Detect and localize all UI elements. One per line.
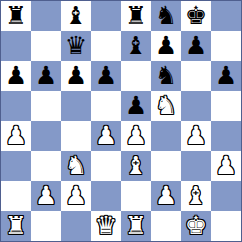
piece-black-bishop[interactable]: ♝ (65, 1, 87, 31)
square-f2[interactable]: ♟ (151, 181, 181, 211)
square-e7[interactable]: ♝ (121, 31, 151, 61)
square-b2[interactable]: ♟ (31, 181, 61, 211)
chess-board: ♜♝♜♞♚♛♝♟♟♟♟♟♟♞♟♟♞♟♟♟♟♞♝♟♟♟♟♝♜♛♜♚ (0, 0, 242, 242)
square-h7[interactable] (211, 31, 241, 61)
square-d6[interactable]: ♟ (91, 61, 121, 91)
square-e1[interactable]: ♜ (121, 211, 151, 241)
square-f1[interactable] (151, 211, 181, 241)
square-b5[interactable] (31, 91, 61, 121)
piece-white-pawn[interactable]: ♟ (35, 181, 57, 211)
piece-black-pawn[interactable]: ♟ (215, 61, 237, 91)
square-f5[interactable]: ♞ (151, 91, 181, 121)
piece-white-pawn[interactable]: ♟ (5, 121, 27, 151)
square-f4[interactable] (151, 121, 181, 151)
piece-black-rook[interactable]: ♜ (5, 1, 27, 31)
piece-black-pawn[interactable]: ♟ (95, 61, 117, 91)
square-g7[interactable]: ♟ (181, 31, 211, 61)
square-a7[interactable] (1, 31, 31, 61)
square-a2[interactable] (1, 181, 31, 211)
square-a1[interactable]: ♜ (1, 211, 31, 241)
square-f6[interactable]: ♞ (151, 61, 181, 91)
piece-white-bishop[interactable]: ♝ (185, 181, 207, 211)
square-b1[interactable] (31, 211, 61, 241)
square-d3[interactable] (91, 151, 121, 181)
square-c3[interactable]: ♞ (61, 151, 91, 181)
square-d7[interactable] (91, 31, 121, 61)
piece-white-rook[interactable]: ♜ (125, 211, 147, 241)
square-f3[interactable] (151, 151, 181, 181)
square-b7[interactable] (31, 31, 61, 61)
square-h6[interactable]: ♟ (211, 61, 241, 91)
piece-black-pawn[interactable]: ♟ (185, 31, 207, 61)
square-g4[interactable]: ♟ (181, 121, 211, 151)
square-g5[interactable] (181, 91, 211, 121)
square-b6[interactable]: ♟ (31, 61, 61, 91)
square-c6[interactable]: ♟ (61, 61, 91, 91)
square-h8[interactable] (211, 1, 241, 31)
square-f8[interactable]: ♞ (151, 1, 181, 31)
square-d8[interactable] (91, 1, 121, 31)
square-g8[interactable]: ♚ (181, 1, 211, 31)
piece-black-pawn[interactable]: ♟ (5, 61, 27, 91)
square-a5[interactable] (1, 91, 31, 121)
square-c2[interactable]: ♟ (61, 181, 91, 211)
square-g2[interactable]: ♝ (181, 181, 211, 211)
square-e3[interactable]: ♝ (121, 151, 151, 181)
square-h3[interactable]: ♟ (211, 151, 241, 181)
piece-white-queen[interactable]: ♛ (95, 211, 117, 241)
square-b8[interactable] (31, 1, 61, 31)
piece-white-pawn[interactable]: ♟ (65, 181, 87, 211)
square-b3[interactable] (31, 151, 61, 181)
piece-white-bishop[interactable]: ♝ (125, 151, 147, 181)
square-c5[interactable] (61, 91, 91, 121)
square-g3[interactable] (181, 151, 211, 181)
square-g1[interactable]: ♚ (181, 211, 211, 241)
square-b4[interactable] (31, 121, 61, 151)
square-d5[interactable] (91, 91, 121, 121)
piece-black-king[interactable]: ♚ (185, 1, 207, 31)
piece-white-king[interactable]: ♚ (185, 211, 207, 241)
piece-black-knight[interactable]: ♞ (155, 61, 177, 91)
square-h4[interactable] (211, 121, 241, 151)
square-c7[interactable]: ♛ (61, 31, 91, 61)
square-e2[interactable] (121, 181, 151, 211)
piece-black-rook[interactable]: ♜ (125, 1, 147, 31)
square-h1[interactable] (211, 211, 241, 241)
square-e8[interactable]: ♜ (121, 1, 151, 31)
square-a8[interactable]: ♜ (1, 1, 31, 31)
square-a4[interactable]: ♟ (1, 121, 31, 151)
square-e5[interactable]: ♟ (121, 91, 151, 121)
square-d1[interactable]: ♛ (91, 211, 121, 241)
piece-white-pawn[interactable]: ♟ (95, 121, 117, 151)
piece-black-pawn[interactable]: ♟ (155, 31, 177, 61)
square-h2[interactable] (211, 181, 241, 211)
piece-white-pawn[interactable]: ♟ (185, 121, 207, 151)
piece-white-pawn[interactable]: ♟ (155, 181, 177, 211)
piece-black-queen[interactable]: ♛ (65, 31, 87, 61)
square-c8[interactable]: ♝ (61, 1, 91, 31)
piece-black-pawn[interactable]: ♟ (125, 91, 147, 121)
piece-white-knight[interactable]: ♞ (65, 151, 87, 181)
square-h5[interactable] (211, 91, 241, 121)
piece-white-rook[interactable]: ♜ (5, 211, 27, 241)
square-e4[interactable]: ♟ (121, 121, 151, 151)
piece-black-pawn[interactable]: ♟ (65, 61, 87, 91)
square-c4[interactable] (61, 121, 91, 151)
square-f7[interactable]: ♟ (151, 31, 181, 61)
piece-black-pawn[interactable]: ♟ (35, 61, 57, 91)
piece-white-pawn[interactable]: ♟ (215, 151, 237, 181)
piece-black-bishop[interactable]: ♝ (125, 31, 147, 61)
square-g6[interactable] (181, 61, 211, 91)
square-a3[interactable] (1, 151, 31, 181)
square-a6[interactable]: ♟ (1, 61, 31, 91)
square-c1[interactable] (61, 211, 91, 241)
square-d2[interactable] (91, 181, 121, 211)
square-d4[interactable]: ♟ (91, 121, 121, 151)
piece-white-pawn[interactable]: ♟ (125, 121, 147, 151)
square-e6[interactable] (121, 61, 151, 91)
piece-white-knight[interactable]: ♞ (155, 91, 177, 121)
piece-black-knight[interactable]: ♞ (155, 1, 177, 31)
